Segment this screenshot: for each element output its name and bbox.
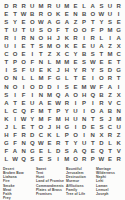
grid-cell[interactable]: W [37,18,46,26]
grid-cell[interactable]: O [37,34,46,42]
grid-cell[interactable]: X [97,131,106,139]
grid-cell[interactable]: W [54,99,63,107]
grid-cell[interactable]: P [97,26,106,34]
grid-cell[interactable]: T [2,26,11,34]
grid-cell[interactable]: R [2,34,11,42]
grid-cell[interactable]: Z [114,131,123,139]
grid-cell[interactable]: O [71,131,80,139]
grid-cell[interactable]: M [37,2,46,10]
grid-cell[interactable]: R [88,34,97,42]
grid-cell[interactable]: N [80,115,89,123]
grid-cell[interactable]: P [54,107,63,115]
word-search-page: DRRUMRUMELASURETWBROKENBOWUISYEOWAGAZPTY… [0,0,125,200]
grid-cell[interactable]: F [28,107,37,115]
grid-cell[interactable]: T [28,123,37,131]
grid-cell[interactable]: K [114,139,123,147]
grid-cell[interactable]: U [114,123,123,131]
grid-cell[interactable]: O [11,83,20,91]
grid-cell[interactable]: G [2,139,11,147]
grid-cell[interactable]: A [63,91,72,99]
grid-cell[interactable]: I [54,83,63,91]
grid-cell[interactable]: E [19,18,28,26]
grid-cell[interactable]: G [63,123,72,131]
grid-cell[interactable]: L [80,2,89,10]
grid-cell[interactable]: O [71,91,80,99]
grid-cell[interactable]: S [63,83,72,91]
grid-cell[interactable]: U [80,139,89,147]
grid-cell[interactable]: U [28,26,37,34]
grid-cell[interactable]: E [37,147,46,155]
grid-cell[interactable]: M [37,74,46,82]
grid-cell[interactable]: Y [71,139,80,147]
grid-cell[interactable]: M [106,50,115,58]
grid-cell[interactable]: G [54,18,63,26]
grid-cell[interactable]: M [45,42,54,50]
grid-cell[interactable]: C [114,99,123,107]
grid-cell[interactable]: N [37,91,46,99]
grid-cell[interactable]: N [19,147,28,155]
grid-cell[interactable]: J [45,123,54,131]
grid-cell[interactable]: I [2,66,11,74]
grid-cell[interactable]: M [80,83,89,91]
grid-cell[interactable]: H [63,66,72,74]
grid-cell[interactable]: T [88,139,97,147]
grid-cell[interactable]: L [106,139,115,147]
grid-cell[interactable]: A [97,42,106,50]
grid-cell[interactable]: E [71,2,80,10]
grid-cell[interactable]: Z [106,42,115,50]
grid-cell[interactable]: H [54,123,63,131]
grid-cell[interactable]: A [11,147,20,155]
grid-cell[interactable]: Y [88,66,97,74]
grid-cell[interactable]: W [97,155,106,163]
grid-cell[interactable]: O [19,58,28,66]
grid-cell[interactable]: A [88,2,97,10]
grid-cell[interactable]: U [28,66,37,74]
grid-cell[interactable]: X [114,42,123,50]
word-item: Joseph [96,192,123,196]
grid-cell[interactable]: F [54,26,63,34]
grid-cell[interactable]: U [106,10,115,18]
grid-cell[interactable]: S [37,26,46,34]
grid-cell[interactable]: I [80,34,89,42]
grid-cell[interactable]: H [45,34,54,42]
grid-cell[interactable]: T [114,74,123,82]
grid-cell[interactable]: E [37,155,46,163]
grid-cell[interactable]: I [11,91,20,99]
grid-cell[interactable]: L [2,107,11,115]
grid-cell[interactable]: Q [88,91,97,99]
grid-cell[interactable]: C [114,50,123,58]
grid-cell[interactable]: M [63,155,72,163]
grid-cell[interactable]: K [2,115,11,123]
grid-cell[interactable]: B [97,91,106,99]
grid-cell[interactable]: L [97,34,106,42]
grid-cell[interactable]: T [11,99,20,107]
grid-cell[interactable]: L [45,147,54,155]
grid-cell[interactable]: Y [63,107,72,115]
grid-cell[interactable]: U [106,2,115,10]
grid-cell[interactable]: V [114,147,123,155]
grid-cell[interactable]: A [2,99,11,107]
grid-cell[interactable]: T [71,74,80,82]
grid-cell[interactable]: K [54,10,63,18]
grid-cell[interactable]: R [80,155,89,163]
grid-cell[interactable]: E [80,74,89,82]
grid-cell[interactable]: Q [54,91,63,99]
grid-cell[interactable]: R [71,34,80,42]
grid-cell[interactable]: R [80,66,89,74]
grid-cell[interactable]: Y [97,18,106,26]
grid-cell[interactable]: T [63,26,72,34]
grid-cell[interactable]: F [88,26,97,34]
grid-cell[interactable]: Z [71,18,80,26]
grid-cell[interactable]: U [71,107,80,115]
grid-cell[interactable]: R [11,2,20,10]
grid-cell[interactable]: H [80,91,89,99]
grid-cell[interactable]: I [11,34,20,42]
word-item: Tree of Life [66,192,96,196]
grid-cell[interactable]: T [28,42,37,50]
grid-cell[interactable]: B [28,10,37,18]
grid-cell[interactable]: M [45,91,54,99]
grid-cell[interactable]: M [37,115,46,123]
grid-cell[interactable]: C [37,131,46,139]
grid-cell[interactable]: S [2,91,11,99]
grid-cell[interactable]: W [19,10,28,18]
grid-cell[interactable]: S [80,58,89,66]
grid-cell[interactable]: M [37,107,46,115]
grid-cell[interactable]: K [63,34,72,42]
grid-cell[interactable]: F [19,66,28,74]
grid-cell[interactable]: I [28,50,37,58]
grid-cell[interactable]: Y [28,115,37,123]
grid-cell[interactable]: D [80,123,89,131]
grid-cell[interactable]: C [11,107,20,115]
grid-cell[interactable]: W [37,139,46,147]
grid-cell[interactable]: O [37,123,46,131]
grid-cell[interactable]: I [11,42,20,50]
grid-cell[interactable]: X [114,91,123,99]
grid-cell[interactable]: O [28,18,37,26]
grid-cell[interactable]: A [114,34,123,42]
grid-cell[interactable]: Q [19,155,28,163]
grid-cell[interactable]: T [88,18,97,26]
grid-cell[interactable]: H [2,131,11,139]
word-list-column: DesertBroken BowLiahonaFireSmokeMeatFait… [3,167,36,200]
grid-cell[interactable]: N [11,74,20,82]
grid-cell[interactable]: M [54,58,63,66]
grid-cell[interactable]: E [80,42,89,50]
grid-cell[interactable]: E [45,99,54,107]
grid-cell[interactable]: A [71,147,80,155]
grid-cell[interactable]: Q [97,147,106,155]
grid-cell[interactable]: Y [71,66,80,74]
grid-cell[interactable]: U [28,99,37,107]
grid-cell[interactable]: R [19,131,28,139]
grid-cell[interactable]: Q [19,107,28,115]
grid-cell[interactable]: M [63,58,72,66]
grid-cell[interactable]: T [45,107,54,115]
grid-cell[interactable]: N [37,58,46,66]
word-item: Prey [3,196,36,200]
grid-cell[interactable]: D [28,131,37,139]
grid-cell[interactable]: U [2,42,11,50]
grid-cell[interactable]: A [97,107,106,115]
grid-cell[interactable]: D [37,83,46,91]
grid-cell[interactable]: I [28,91,37,99]
grid-cell[interactable]: T [37,50,46,58]
grid-cell[interactable]: P [80,99,89,107]
grid-cell[interactable]: M [114,115,123,123]
grid-cell[interactable]: T [11,10,20,18]
grid-cell[interactable]: O [11,50,20,58]
grid-cell[interactable]: U [88,42,97,50]
grid-cell[interactable]: F [45,115,54,123]
grid-cell[interactable]: J [54,66,63,74]
grid-cell[interactable]: S [63,147,72,155]
grid-cell[interactable]: O [28,83,37,91]
grid-cell[interactable]: W [19,115,28,123]
grid-cell[interactable]: T [2,58,11,66]
grid-cell[interactable]: O [80,26,89,34]
grid-cell[interactable]: O [2,74,11,82]
grid-cell[interactable]: Y [71,50,80,58]
grid-cell[interactable]: E [71,83,80,91]
grid-cell[interactable]: E [88,123,97,131]
grid-cell[interactable]: W [97,10,106,18]
grid-cell[interactable]: D [97,139,106,147]
grid-cell[interactable]: L [19,74,28,82]
grid-cell[interactable]: N [2,83,11,91]
grid-cell[interactable]: O [45,10,54,18]
grid-cell[interactable]: R [106,131,115,139]
grid-cell[interactable]: M [63,2,72,10]
word-item: Promises [36,192,66,196]
grid-cell[interactable]: S [28,155,37,163]
grid-cell[interactable]: R [19,34,28,42]
grid-cell[interactable]: W [88,83,97,91]
grid-cell[interactable]: A [106,83,115,91]
grid-cell[interactable]: G [54,74,63,82]
grid-cell[interactable]: P [88,155,97,163]
grid-cell[interactable]: I [106,34,115,42]
grid-cell[interactable]: L [54,131,63,139]
grid-cell[interactable]: R [114,155,123,163]
grid-cell[interactable]: E [19,50,28,58]
grid-cell[interactable]: B [80,10,89,18]
grid-cell[interactable]: O [45,26,54,34]
grid-cell[interactable]: L [63,74,72,82]
grid-cell[interactable]: D [2,2,11,10]
grid-cell[interactable]: J [106,115,115,123]
grid-cell[interactable]: K [45,131,54,139]
grid-cell[interactable]: N [71,10,80,18]
grid-cell[interactable]: J [2,123,11,131]
grid-cell[interactable]: P [80,18,89,26]
grid-cell[interactable]: W [11,155,20,163]
grid-cell[interactable]: I [71,123,80,131]
grid-cell[interactable]: F [2,147,11,155]
grid-cell[interactable]: E [97,58,106,66]
grid-cell[interactable]: V [106,99,115,107]
grid-cell[interactable]: E [2,10,11,18]
grid-cell[interactable]: O [97,74,106,82]
grid-cell[interactable]: E [45,139,54,147]
grid-cell[interactable]: S [106,18,115,26]
grid-cell[interactable]: S [2,18,11,26]
grid-cell[interactable]: M [106,26,115,34]
grid-cell[interactable]: S [97,123,106,131]
grid-cell[interactable]: A [45,18,54,26]
grid-cell[interactable]: T [114,58,123,66]
grid-cell[interactable]: F [11,131,20,139]
grid-cell[interactable]: F [28,58,37,66]
grid-cell[interactable]: E [19,42,28,50]
grid-cell[interactable]: M [54,115,63,123]
grid-cell[interactable]: S [88,50,97,58]
grid-cell[interactable]: E [106,58,115,66]
grid-cell[interactable]: E [88,147,97,155]
grid-cell[interactable]: O [88,10,97,18]
grid-cell[interactable]: D [106,66,115,74]
grid-cell[interactable]: E [19,99,28,107]
grid-cell[interactable]: O [71,26,80,34]
grid-cell[interactable]: O [88,107,97,115]
grid-cell[interactable]: I [88,99,97,107]
grid-cell[interactable]: S [45,155,54,163]
grid-cell[interactable]: E [114,18,123,26]
grid-cell[interactable]: H [63,115,72,123]
grid-cell[interactable]: P [63,131,72,139]
grid-cell[interactable]: D [45,83,54,91]
grid-cell[interactable]: Z [106,91,115,99]
grid-cell[interactable]: R [45,2,54,10]
grid-cell[interactable]: R [54,139,63,147]
grid-cell[interactable]: I [114,10,123,18]
grid-cell[interactable]: C [106,123,115,131]
grid-cell[interactable]: I [80,107,89,115]
grid-cell[interactable]: X [54,50,63,58]
grid-cell[interactable]: O [54,42,63,50]
grid-cell[interactable]: J [54,34,63,42]
grid-cell[interactable]: R [106,74,115,82]
grid-cell[interactable]: I [88,74,97,82]
grid-cell[interactable]: G [114,26,123,34]
word-list-column: SweetTentHuntLand of PromiseCommandments… [36,167,66,196]
grid-cell[interactable]: L [2,155,11,163]
grid-cell[interactable]: E [71,42,80,50]
grid-cell[interactable]: O [71,155,80,163]
grid-cell[interactable]: E [63,10,72,18]
grid-cell[interactable]: N [28,34,37,42]
grid-cell[interactable]: R [19,2,28,10]
grid-cell[interactable]: B [80,50,89,58]
grid-cell[interactable]: E [106,155,115,163]
word-list-column: BountifulJerusalemDestructionMurmurAffli… [66,167,96,196]
grid-cell[interactable]: F [11,139,20,147]
word-search-grid: DRRUMRUMELASURETWBROKENBOWUISYEOWAGAZPTY… [2,2,123,163]
word-list-column: MarriageWildernessNephiLehiLamanLemuelJo… [96,167,123,196]
grid-cell[interactable]: S [97,2,106,10]
grid-cell[interactable]: S [97,115,106,123]
grid-cell[interactable]: Q [28,139,37,147]
grid-cell[interactable]: N [88,131,97,139]
grid-cell[interactable]: S [11,66,20,74]
grid-cell[interactable]: C [63,50,72,58]
grid-cell[interactable]: U [54,2,63,10]
grid-cell[interactable]: F [97,83,106,91]
grid-cell[interactable]: E [71,58,80,66]
grid-cell[interactable]: T [97,50,106,58]
grid-cell[interactable]: I [114,83,123,91]
grid-cell[interactable]: I [80,131,89,139]
grid-cell[interactable]: F [19,91,28,99]
grid-cell[interactable]: D [54,147,63,155]
grid-cell[interactable]: L [28,74,37,82]
grid-cell[interactable]: I [19,83,28,91]
grid-cell[interactable]: I [71,99,80,107]
grid-cell[interactable]: W [88,58,97,66]
grid-cell[interactable]: K [63,42,72,50]
grid-cell[interactable]: S [37,42,46,50]
grid-cell[interactable]: P [11,58,20,66]
grid-cell[interactable]: T [19,26,28,34]
grid-cell[interactable]: R [97,99,106,107]
grid-cell[interactable]: R [114,2,123,10]
grid-cell[interactable]: L [45,58,54,66]
grid-cell[interactable]: S [97,66,106,74]
grid-cell[interactable]: F [45,74,54,82]
grid-cell[interactable]: N [114,107,123,115]
grid-cell[interactable]: R [37,10,46,18]
grid-cell[interactable]: T [106,147,115,155]
grid-cell[interactable]: I [54,155,63,163]
grid-cell[interactable]: R [63,99,72,107]
grid-cell[interactable]: Z [45,50,54,58]
grid-cell[interactable]: K [45,66,54,74]
grid-cell[interactable]: N [19,139,28,147]
grid-cell[interactable]: E [37,66,46,74]
grid-cell[interactable]: A [37,99,46,107]
grid-cell[interactable]: U [71,115,80,123]
word-list: DesertBroken BowLiahonaFireSmokeMeatFait… [3,167,123,200]
grid-cell[interactable]: I [11,115,20,123]
grid-cell[interactable]: G [28,147,37,155]
grid-cell[interactable]: E [19,123,28,131]
grid-cell[interactable]: T [63,139,72,147]
grid-cell[interactable]: B [106,107,115,115]
grid-cell[interactable]: Q [80,147,89,155]
grid-cell[interactable]: A [63,18,72,26]
grid-cell[interactable]: T [88,115,97,123]
grid-cell[interactable]: L [11,123,20,131]
grid-cell[interactable]: U [28,2,37,10]
grid-cell[interactable]: U [11,26,20,34]
grid-cell[interactable]: C [2,50,11,58]
grid-cell[interactable]: G [114,66,123,74]
grid-cell[interactable]: Y [11,18,20,26]
